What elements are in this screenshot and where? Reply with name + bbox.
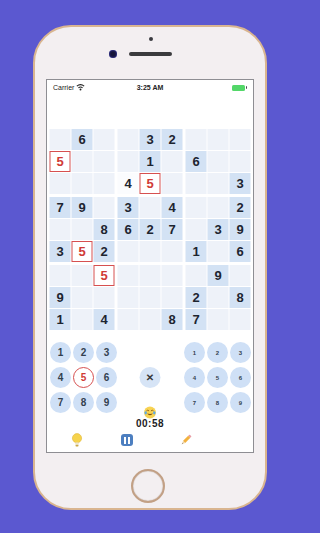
cell-r5c4[interactable]: 6 bbox=[118, 219, 139, 240]
cell-r7c4[interactable] bbox=[118, 265, 139, 286]
cell-r2c1[interactable]: 5 bbox=[50, 151, 71, 172]
cell-r3c7[interactable] bbox=[186, 173, 207, 194]
cell-r6c1[interactable]: 3 bbox=[50, 241, 71, 262]
cell-r1c2[interactable]: 6 bbox=[72, 129, 93, 150]
cell-r2c3[interactable] bbox=[94, 151, 115, 172]
digit-button-2[interactable]: 2 bbox=[73, 342, 94, 363]
cell-r5c1[interactable] bbox=[50, 219, 71, 240]
digit-button-8[interactable]: 8 bbox=[73, 392, 94, 413]
status-bar: Carrier 3:25 AM bbox=[47, 80, 253, 95]
block-3: 63 bbox=[186, 129, 251, 194]
erase-button[interactable]: ✕ bbox=[140, 367, 161, 388]
cell-r2c2[interactable] bbox=[72, 151, 93, 172]
note-digit-button-4[interactable]: 4 bbox=[184, 367, 205, 388]
bottom-toolbar bbox=[47, 432, 253, 450]
digit-button-7[interactable]: 7 bbox=[50, 392, 71, 413]
cell-r3c4[interactable]: 4 bbox=[118, 173, 139, 194]
cell-r3c2[interactable] bbox=[72, 173, 93, 194]
cell-r6c4[interactable] bbox=[118, 241, 139, 262]
cell-r6c2[interactable]: 5 bbox=[72, 241, 93, 262]
digit-button-3[interactable]: 3 bbox=[96, 342, 117, 363]
cell-r1c9[interactable] bbox=[230, 129, 251, 150]
note-digit-button-9[interactable]: 9 bbox=[230, 392, 251, 413]
cell-r8c3[interactable] bbox=[94, 287, 115, 308]
front-camera bbox=[109, 50, 117, 58]
note-digit-button-5[interactable]: 5 bbox=[207, 367, 228, 388]
note-digit-button-8[interactable]: 8 bbox=[207, 392, 228, 413]
cell-r9c6[interactable]: 8 bbox=[162, 309, 183, 330]
digit-button-6[interactable]: 6 bbox=[96, 367, 117, 388]
cell-r2c4[interactable] bbox=[118, 151, 139, 172]
block-6: 23916 bbox=[186, 197, 251, 262]
cell-r9c2[interactable] bbox=[72, 309, 93, 330]
cell-r6c3[interactable]: 2 bbox=[94, 241, 115, 262]
cell-r1c6[interactable]: 2 bbox=[162, 129, 183, 150]
cell-r4c6[interactable]: 4 bbox=[162, 197, 183, 218]
wifi-icon bbox=[76, 83, 85, 92]
block-9: 9287 bbox=[186, 265, 251, 330]
app-screen: Carrier 3:25 AM 653214563798352346272391… bbox=[46, 79, 254, 453]
note-digit-button-6[interactable]: 6 bbox=[230, 367, 251, 388]
cell-r4c8[interactable] bbox=[208, 197, 229, 218]
cell-r7c3[interactable]: 5 bbox=[94, 265, 115, 286]
cell-r2c9[interactable] bbox=[230, 151, 251, 172]
cell-r9c1[interactable]: 1 bbox=[50, 309, 71, 330]
cell-r4c5[interactable] bbox=[140, 197, 161, 218]
cell-r7c9[interactable] bbox=[230, 265, 251, 286]
digit-button-4[interactable]: 4 bbox=[50, 367, 71, 388]
cell-r3c9[interactable]: 3 bbox=[230, 173, 251, 194]
digit-button-5[interactable]: 5 bbox=[73, 367, 94, 388]
cell-r9c5[interactable] bbox=[140, 309, 161, 330]
cell-r6c5[interactable] bbox=[140, 241, 161, 262]
cell-r1c5[interactable]: 3 bbox=[140, 129, 161, 150]
cell-r5c7[interactable] bbox=[186, 219, 207, 240]
front-sensor-dot bbox=[149, 37, 153, 41]
pencil-notes-icon[interactable] bbox=[178, 432, 194, 448]
battery-tip bbox=[246, 86, 248, 89]
cell-r6c8[interactable] bbox=[208, 241, 229, 262]
cell-r5c2[interactable] bbox=[72, 219, 93, 240]
cell-r6c9[interactable]: 6 bbox=[230, 241, 251, 262]
cell-r7c2[interactable] bbox=[72, 265, 93, 286]
sudoku-grid: 6532145637983523462723916591489287 bbox=[50, 129, 251, 330]
note-digit-button-3[interactable]: 3 bbox=[230, 342, 251, 363]
cell-r7c5[interactable] bbox=[140, 265, 161, 286]
cell-r5c9[interactable]: 9 bbox=[230, 219, 251, 240]
cell-r8c2[interactable] bbox=[72, 287, 93, 308]
block-8: 8 bbox=[118, 265, 183, 330]
cell-r5c6[interactable]: 7 bbox=[162, 219, 183, 240]
cell-r9c4[interactable] bbox=[118, 309, 139, 330]
block-7: 5914 bbox=[50, 265, 115, 330]
cell-r4c4[interactable]: 3 bbox=[118, 197, 139, 218]
cell-r4c9[interactable]: 2 bbox=[230, 197, 251, 218]
cell-r1c3[interactable] bbox=[94, 129, 115, 150]
cell-r2c8[interactable] bbox=[208, 151, 229, 172]
note-digit-button-7[interactable]: 7 bbox=[184, 392, 205, 413]
battery-icon bbox=[232, 85, 245, 91]
cell-r1c8[interactable] bbox=[208, 129, 229, 150]
cell-r8c9[interactable]: 8 bbox=[230, 287, 251, 308]
block-5: 34627 bbox=[118, 197, 183, 262]
block-1: 65 bbox=[50, 129, 115, 194]
digit-pad: 123456789 bbox=[50, 342, 117, 413]
cell-r8c5[interactable] bbox=[140, 287, 161, 308]
cell-r2c7[interactable]: 6 bbox=[186, 151, 207, 172]
cell-r4c3[interactable] bbox=[94, 197, 115, 218]
cell-r5c3[interactable]: 8 bbox=[94, 219, 115, 240]
cell-r4c2[interactable]: 9 bbox=[72, 197, 93, 218]
cell-r9c8[interactable] bbox=[208, 309, 229, 330]
cell-r3c3[interactable] bbox=[94, 173, 115, 194]
cell-r9c3[interactable]: 4 bbox=[94, 309, 115, 330]
cell-r4c7[interactable] bbox=[186, 197, 207, 218]
clock: 3:25 AM bbox=[118, 84, 183, 91]
cell-r8c1[interactable]: 9 bbox=[50, 287, 71, 308]
digit-button-9[interactable]: 9 bbox=[96, 392, 117, 413]
cell-r2c5[interactable]: 1 bbox=[140, 151, 161, 172]
cell-r3c8[interactable] bbox=[208, 173, 229, 194]
game-timer: 00:58 bbox=[136, 418, 164, 429]
note-digit-button-2[interactable]: 2 bbox=[207, 342, 228, 363]
cell-r7c7[interactable] bbox=[186, 265, 207, 286]
cell-r6c6[interactable] bbox=[162, 241, 183, 262]
cell-r8c7[interactable]: 2 bbox=[186, 287, 207, 308]
block-4: 798352 bbox=[50, 197, 115, 262]
cell-r8c4[interactable] bbox=[118, 287, 139, 308]
cell-r7c6[interactable] bbox=[162, 265, 183, 286]
cell-r8c8[interactable] bbox=[208, 287, 229, 308]
cell-r5c8[interactable]: 3 bbox=[208, 219, 229, 240]
pause-icon[interactable] bbox=[119, 432, 135, 448]
block-2: 32145 bbox=[118, 129, 183, 194]
cell-r2c6[interactable] bbox=[162, 151, 183, 172]
cell-r9c7[interactable]: 7 bbox=[186, 309, 207, 330]
cell-r3c5[interactable]: 5 bbox=[140, 173, 161, 194]
cell-r9c9[interactable] bbox=[230, 309, 251, 330]
cell-r6c7[interactable]: 1 bbox=[186, 241, 207, 262]
cell-r4c1[interactable]: 7 bbox=[50, 197, 71, 218]
cell-r1c1[interactable] bbox=[50, 129, 71, 150]
iphone-mockup-frame: Carrier 3:25 AM 653214563798352346272391… bbox=[33, 25, 267, 510]
digit-button-1[interactable]: 1 bbox=[50, 342, 71, 363]
cell-r1c4[interactable] bbox=[118, 129, 139, 150]
home-button[interactable] bbox=[131, 469, 165, 503]
cell-r8c6[interactable] bbox=[162, 287, 183, 308]
earpiece-speaker bbox=[129, 52, 172, 56]
carrier-label: Carrier bbox=[53, 84, 74, 91]
note-digit-button-1[interactable]: 1 bbox=[184, 342, 205, 363]
cell-r7c1[interactable] bbox=[50, 265, 71, 286]
cell-r3c6[interactable] bbox=[162, 173, 183, 194]
cell-r1c7[interactable] bbox=[186, 129, 207, 150]
cell-r5c5[interactable]: 2 bbox=[140, 219, 161, 240]
note-pad: 123456789 bbox=[184, 342, 251, 413]
hint-lightbulb-icon[interactable] bbox=[69, 432, 85, 448]
cell-r3c1[interactable] bbox=[50, 173, 71, 194]
cell-r7c8[interactable]: 9 bbox=[208, 265, 229, 286]
